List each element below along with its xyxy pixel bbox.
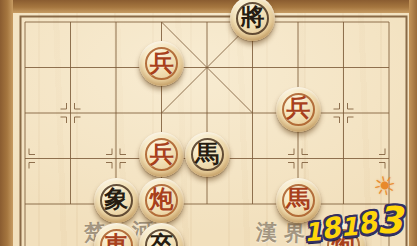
piece-red-soldier-1[interactable]: 兵 — [139, 41, 184, 86]
piece-ring: 炮 — [145, 184, 178, 217]
piece-ring: 馬 — [191, 138, 224, 171]
piece-character: 馬 — [195, 142, 219, 166]
piece-character: 兵 — [286, 96, 310, 120]
piece-character: 將 — [241, 5, 265, 29]
xiangqi-board-grid[interactable] — [0, 0, 417, 246]
piece-red-horse[interactable]: 馬 — [276, 178, 321, 223]
piece-black-horse[interactable]: 馬 — [185, 132, 230, 177]
piece-red-cannon-1[interactable]: 炮 — [139, 178, 184, 223]
piece-character: 兵 — [150, 51, 174, 75]
piece-black-elephant[interactable]: 象 — [94, 178, 139, 223]
xiangqi-game-screen: 楚河 漢界 將兵兵兵馬象炮馬車卒炮 ☀ 18183 — [0, 0, 417, 246]
piece-ring: 兵 — [145, 47, 178, 80]
piece-ring: 炮 — [327, 229, 360, 246]
piece-character: 卒 — [150, 233, 174, 246]
piece-character: 車 — [104, 233, 128, 246]
piece-character: 馬 — [286, 187, 310, 211]
piece-ring: 馬 — [282, 184, 315, 217]
piece-ring: 兵 — [282, 93, 315, 126]
piece-red-soldier-3[interactable]: 兵 — [139, 132, 184, 177]
piece-black-general[interactable]: 將 — [230, 0, 275, 41]
piece-character: 象 — [104, 187, 128, 211]
piece-ring: 車 — [100, 229, 133, 246]
piece-ring: 將 — [236, 2, 269, 35]
piece-character: 炮 — [150, 187, 174, 211]
piece-ring: 象 — [100, 184, 133, 217]
piece-character: 炮 — [332, 233, 356, 246]
piece-red-soldier-2[interactable]: 兵 — [276, 87, 321, 132]
piece-character: 兵 — [150, 142, 174, 166]
piece-ring: 卒 — [145, 229, 178, 246]
piece-ring: 兵 — [145, 138, 178, 171]
